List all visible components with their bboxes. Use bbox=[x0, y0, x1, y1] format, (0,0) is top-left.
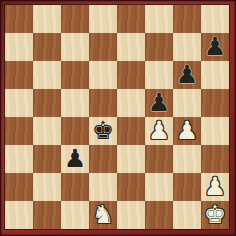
square-a1[interactable] bbox=[5, 201, 33, 229]
square-d8[interactable] bbox=[89, 5, 117, 33]
square-h3[interactable] bbox=[201, 145, 229, 173]
square-a2[interactable] bbox=[5, 173, 33, 201]
piece-black-pawn-c3: ♟ bbox=[64, 146, 86, 171]
square-c4[interactable] bbox=[61, 117, 89, 145]
square-g3[interactable] bbox=[173, 145, 201, 173]
square-h4[interactable] bbox=[201, 117, 229, 145]
square-h2[interactable]: ♟ bbox=[201, 173, 229, 201]
square-e2[interactable] bbox=[117, 173, 145, 201]
square-c6[interactable] bbox=[61, 61, 89, 89]
square-e7[interactable] bbox=[117, 33, 145, 61]
square-b1[interactable] bbox=[33, 201, 61, 229]
square-a6[interactable] bbox=[5, 61, 33, 89]
square-f8[interactable] bbox=[145, 5, 173, 33]
square-e4[interactable] bbox=[117, 117, 145, 145]
square-b4[interactable] bbox=[33, 117, 61, 145]
square-c7[interactable] bbox=[61, 33, 89, 61]
piece-black-pawn-h7: ♟ bbox=[204, 34, 226, 59]
square-f2[interactable] bbox=[145, 173, 173, 201]
square-a4[interactable] bbox=[5, 117, 33, 145]
square-h8[interactable] bbox=[201, 5, 229, 33]
square-c2[interactable] bbox=[61, 173, 89, 201]
square-g7[interactable] bbox=[173, 33, 201, 61]
piece-white-pawn-g4: ♟ bbox=[176, 118, 198, 143]
square-g5[interactable] bbox=[173, 89, 201, 117]
square-d4[interactable]: ♚ bbox=[89, 117, 117, 145]
square-e6[interactable] bbox=[117, 61, 145, 89]
square-b6[interactable] bbox=[33, 61, 61, 89]
square-g8[interactable] bbox=[173, 5, 201, 33]
piece-white-king-h1: ♚ bbox=[204, 202, 226, 227]
square-g4[interactable]: ♟ bbox=[173, 117, 201, 145]
square-b5[interactable] bbox=[33, 89, 61, 117]
square-h6[interactable] bbox=[201, 61, 229, 89]
square-h7[interactable]: ♟ bbox=[201, 33, 229, 61]
square-d7[interactable] bbox=[89, 33, 117, 61]
square-b7[interactable] bbox=[33, 33, 61, 61]
chess-board: ♟♟♟♚♟♟♟♟♞♚ bbox=[5, 5, 229, 229]
square-b3[interactable] bbox=[33, 145, 61, 173]
square-e8[interactable] bbox=[117, 5, 145, 33]
square-h1[interactable]: ♚ bbox=[201, 201, 229, 229]
piece-black-pawn-f5: ♟ bbox=[148, 90, 170, 115]
square-b8[interactable] bbox=[33, 5, 61, 33]
square-c3[interactable]: ♟ bbox=[61, 145, 89, 173]
square-f6[interactable] bbox=[145, 61, 173, 89]
square-c8[interactable] bbox=[61, 5, 89, 33]
square-a3[interactable] bbox=[5, 145, 33, 173]
square-d1[interactable]: ♞ bbox=[89, 201, 117, 229]
square-f3[interactable] bbox=[145, 145, 173, 173]
piece-black-pawn-g6: ♟ bbox=[176, 62, 198, 87]
square-a7[interactable] bbox=[5, 33, 33, 61]
piece-white-pawn-h2: ♟ bbox=[204, 174, 226, 199]
square-a8[interactable] bbox=[5, 5, 33, 33]
square-f1[interactable] bbox=[145, 201, 173, 229]
square-h5[interactable] bbox=[201, 89, 229, 117]
square-b2[interactable] bbox=[33, 173, 61, 201]
square-f4[interactable]: ♟ bbox=[145, 117, 173, 145]
square-g2[interactable] bbox=[173, 173, 201, 201]
square-e1[interactable] bbox=[117, 201, 145, 229]
piece-black-king-d4: ♚ bbox=[92, 118, 114, 143]
square-d5[interactable] bbox=[89, 89, 117, 117]
square-c5[interactable] bbox=[61, 89, 89, 117]
square-d3[interactable] bbox=[89, 145, 117, 173]
piece-white-pawn-f4: ♟ bbox=[148, 118, 170, 143]
piece-white-knight-d1: ♞ bbox=[92, 202, 114, 227]
square-c1[interactable] bbox=[61, 201, 89, 229]
square-a5[interactable] bbox=[5, 89, 33, 117]
square-g1[interactable] bbox=[173, 201, 201, 229]
board-frame: ♟♟♟♚♟♟♟♟♞♚ bbox=[0, 0, 236, 236]
square-f7[interactable] bbox=[145, 33, 173, 61]
square-e5[interactable] bbox=[117, 89, 145, 117]
square-d2[interactable] bbox=[89, 173, 117, 201]
square-e3[interactable] bbox=[117, 145, 145, 173]
square-d6[interactable] bbox=[89, 61, 117, 89]
square-f5[interactable]: ♟ bbox=[145, 89, 173, 117]
square-g6[interactable]: ♟ bbox=[173, 61, 201, 89]
